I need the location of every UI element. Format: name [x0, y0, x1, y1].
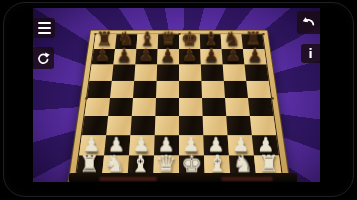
square-a5[interactable]: [87, 81, 112, 98]
square-d5[interactable]: [156, 81, 179, 98]
square-g5[interactable]: [224, 81, 248, 98]
hamburger-menu-icon: [38, 22, 51, 24]
square-a4[interactable]: [85, 98, 110, 116]
square-h4[interactable]: [248, 98, 273, 116]
square-e7[interactable]: ♟: [179, 49, 201, 65]
piece-black-pawn[interactable]: ♟: [139, 47, 154, 64]
piece-black-pawn[interactable]: ♟: [226, 47, 241, 64]
watermark-smudge-left: [99, 177, 157, 181]
info-button[interactable]: i: [301, 44, 320, 63]
square-f4[interactable]: [202, 98, 226, 116]
square-g6[interactable]: [223, 65, 247, 81]
square-b7[interactable]: ♟: [113, 49, 136, 65]
square-a7[interactable]: ♟: [92, 49, 115, 65]
undo-icon: [301, 15, 317, 31]
square-c5[interactable]: [133, 81, 157, 98]
square-h7[interactable]: ♟: [243, 49, 266, 65]
chess-board: ♜♞♝♛♚♝♞♜♟♟♟♟♟♟♟♟♟♟♟♟♟♟♟♟♜♞♝♛♚♝♞♜: [75, 34, 283, 178]
watermark-smudge-right: [221, 177, 273, 181]
square-f6[interactable]: [201, 65, 224, 81]
square-e5[interactable]: [179, 81, 202, 98]
square-b6[interactable]: [112, 65, 136, 81]
square-c6[interactable]: [134, 65, 157, 81]
square-h6[interactable]: [245, 65, 269, 81]
board-frame: ♜♞♝♛♚♝♞♜♟♟♟♟♟♟♟♟♟♟♟♟♟♟♟♟♜♞♝♛♚♝♞♜: [67, 30, 290, 182]
piece-black-pawn[interactable]: ♟: [204, 47, 219, 64]
square-b4[interactable]: [108, 98, 133, 116]
board-stage: ♜♞♝♛♚♝♞♜♟♟♟♟♟♟♟♟♟♟♟♟♟♟♟♟♜♞♝♛♚♝♞♜: [80, 8, 278, 182]
square-e4[interactable]: [179, 98, 203, 116]
square-h5[interactable]: [246, 81, 271, 98]
piece-black-pawn[interactable]: ♟: [117, 47, 132, 64]
square-e6[interactable]: [179, 65, 201, 81]
square-b5[interactable]: [110, 81, 134, 98]
square-f5[interactable]: [201, 81, 225, 98]
square-g4[interactable]: [225, 98, 250, 116]
square-d7[interactable]: ♟: [157, 49, 179, 65]
undo-button[interactable]: [297, 11, 320, 34]
rotate-board-button[interactable]: [33, 47, 54, 69]
square-c7[interactable]: ♟: [135, 49, 157, 65]
rotate-board-icon: [36, 51, 51, 66]
piece-black-pawn[interactable]: ♟: [182, 47, 197, 64]
square-a6[interactable]: [89, 65, 113, 81]
board-3d: ♜♞♝♛♚♝♞♜♟♟♟♟♟♟♟♟♟♟♟♟♟♟♟♟♜♞♝♛♚♝♞♜: [67, 30, 290, 182]
square-f7[interactable]: ♟: [200, 49, 222, 65]
square-g7[interactable]: ♟: [222, 49, 245, 65]
square-d4[interactable]: [155, 98, 179, 116]
piece-black-pawn[interactable]: ♟: [248, 47, 263, 64]
piece-black-pawn[interactable]: ♟: [95, 47, 110, 64]
info-icon: i: [308, 48, 312, 60]
game-screen: ♜♞♝♛♚♝♞♜♟♟♟♟♟♟♟♟♟♟♟♟♟♟♟♟♜♞♝♛♚♝♞♜ i: [33, 8, 320, 182]
menu-button[interactable]: [33, 18, 55, 38]
square-c4[interactable]: [132, 98, 156, 116]
square-d6[interactable]: [157, 65, 179, 81]
piece-black-pawn[interactable]: ♟: [160, 47, 175, 64]
